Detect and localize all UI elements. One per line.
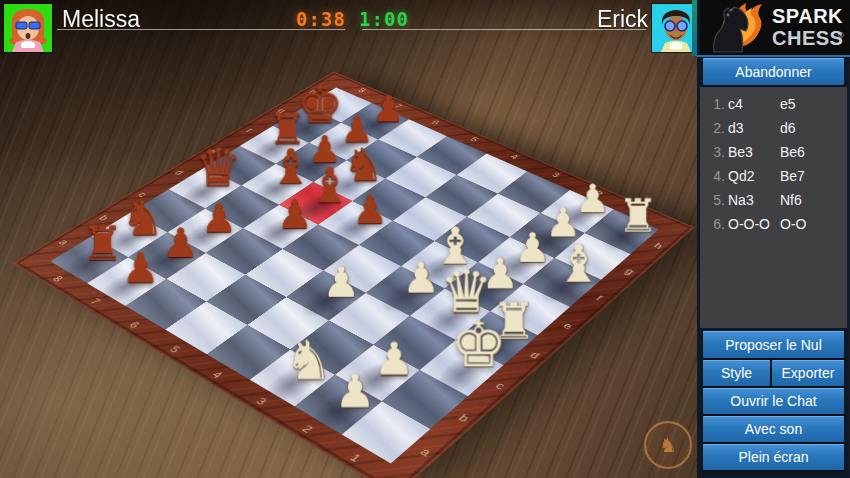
move-row-3: 3.Be3Be6: [700, 140, 847, 164]
white-move: Qd2: [728, 164, 780, 188]
move-number: 6.: [700, 212, 728, 236]
clock-melissa: 0:38: [294, 8, 348, 30]
brown-pawn-e5[interactable]: ♟: [343, 190, 396, 229]
black-move: O-O: [780, 212, 847, 236]
divider-right: [362, 29, 646, 30]
white-king-c1[interactable]: ♚: [449, 313, 509, 377]
logo-word-chess: CHESS: [772, 27, 843, 49]
export-button[interactable]: Exporter: [772, 360, 844, 386]
logo-word-spark: SPARK: [772, 5, 843, 27]
move-row-1: 1.c4e5: [700, 92, 847, 116]
white-bishop-f1[interactable]: ♝: [551, 238, 607, 290]
logo-bottom-strip: [697, 55, 850, 57]
style-button[interactable]: Style: [703, 360, 770, 386]
sound-button[interactable]: Avec son: [703, 416, 844, 442]
white-move: c4: [728, 92, 780, 116]
brown-pawn-a7[interactable]: ♟: [112, 247, 168, 289]
black-move: Be6: [780, 140, 847, 164]
clock-erick: 1:00: [357, 8, 411, 30]
board-grid[interactable]: ♜♞♛♜♚♟♟♟♝♟♟♟♟♝♞♟♟♞♟♝♟♟♛♟♟♟♟♚♜♝♜: [50, 87, 659, 463]
chess-board-3d: ♜♞♛♜♚♟♟♟♝♟♟♟♟♝♞♟♟♞♟♝♟♟♛♟♟♟♟♚♜♝♜ aabbccdd…: [13, 71, 695, 478]
fullscreen-button[interactable]: Plein écran: [703, 444, 844, 470]
brown-pawn-d6[interactable]: ♟: [268, 194, 321, 234]
move-row-6: 6.O-O-OO-O: [700, 212, 847, 236]
sparkchess-app: ♜♞♛♜♚♟♟♟♝♟♟♟♟♝♞♟♟♞♟♝♟♟♛♟♟♟♟♚♜♝♜ aabbccdd…: [0, 0, 850, 478]
white-pawn-c4[interactable]: ♟: [313, 261, 370, 303]
move-number: 2.: [700, 116, 728, 140]
move-number: 1.: [700, 92, 728, 116]
move-row-5: 5.Na3Nf6: [700, 188, 847, 212]
board-frame: ♜♞♛♜♚♟♟♟♝♟♟♟♟♝♞♟♟♞♟♝♟♟♛♟♟♟♟♚♜♝♜ aabbccdd…: [13, 71, 695, 478]
move-number: 4.: [700, 164, 728, 188]
coord-label-right-4: 4: [493, 143, 535, 170]
move-number: 3.: [700, 140, 728, 164]
move-row-4: 4.Qd2Be7: [700, 164, 847, 188]
table-scene: ♜♞♛♜♚♟♟♟♝♟♟♟♟♝♞♟♟♞♟♝♟♟♛♟♟♟♟♚♜♝♜ aabbccdd…: [0, 0, 700, 478]
avatar-melissa[interactable]: [3, 3, 53, 53]
knight-icon: ♞: [659, 433, 677, 457]
black-move: Be7: [780, 164, 847, 188]
black-move: e5: [780, 92, 847, 116]
white-move: Na3: [728, 188, 780, 212]
sparkchess-logo: SPARK CHESS ®: [700, 0, 850, 55]
propose-draw-button[interactable]: Proposer le Nul: [703, 331, 844, 358]
black-move: Nf6: [780, 188, 847, 212]
move-row-2: 2.d3d6: [700, 116, 847, 140]
move-list: 1.c4e52.d3d63.Be3Be64.Qd2Be75.Na3Nf66.O-…: [700, 87, 847, 328]
divider-left: [57, 29, 345, 30]
white-move: Be3: [728, 140, 780, 164]
sidebar: SPARK CHESS ® Abandonner 1.c4e52.d3d63.B…: [697, 0, 850, 478]
abandon-button[interactable]: Abandonner: [703, 58, 844, 85]
white-move: d3: [728, 116, 780, 140]
open-chat-button[interactable]: Ouvrir le Chat: [703, 388, 844, 414]
registered-mark: ®: [838, 31, 844, 40]
board-view-button[interactable]: ♞: [644, 421, 692, 469]
move-number: 5.: [700, 188, 728, 212]
black-move: d6: [780, 116, 847, 140]
white-pawn-a2[interactable]: ♟: [324, 368, 386, 414]
white-move: O-O-O: [728, 212, 780, 236]
